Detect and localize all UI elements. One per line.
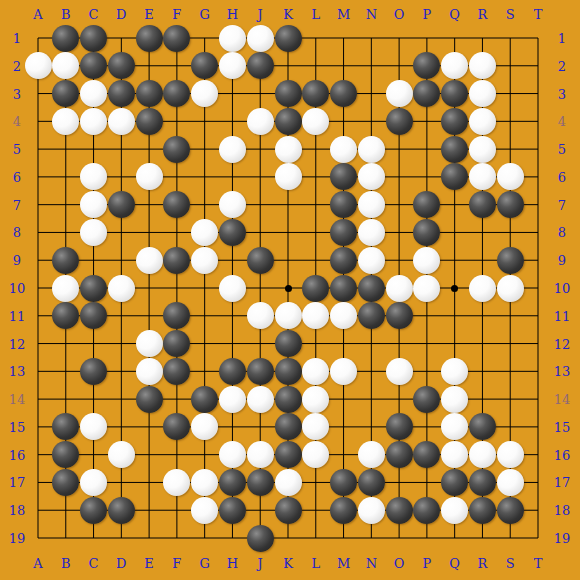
black-stone-R18 [469,497,496,524]
col-label-bottom-T: T [534,557,543,570]
col-label-bottom-C: C [89,557,99,570]
black-stone-H17 [219,469,246,496]
black-stone-H13 [219,358,246,385]
black-stone-G14 [191,386,218,413]
row-label-right-10: 10 [554,282,571,295]
white-stone-H1 [219,25,246,52]
white-stone-S6 [497,163,524,190]
white-stone-C4 [80,108,107,135]
row-label-left-18: 18 [9,504,26,517]
white-stone-L4 [302,108,329,135]
row-label-right-3: 3 [558,87,566,100]
white-stone-O13 [386,358,413,385]
row-label-right-2: 2 [558,59,566,72]
white-stone-N16 [358,441,385,468]
white-stone-N7 [358,191,385,218]
black-stone-J9 [247,247,274,274]
row-label-right-8: 8 [558,226,566,239]
star-point-K10 [285,285,292,292]
col-label-top-B: B [61,8,71,21]
white-stone-K6 [275,163,302,190]
white-stone-H14 [219,386,246,413]
row-label-right-1: 1 [558,32,566,45]
black-stone-Q4 [441,108,468,135]
white-stone-N18 [358,497,385,524]
black-stone-J19 [247,525,274,552]
row-label-left-13: 13 [9,365,26,378]
black-stone-M10 [330,275,357,302]
go-board[interactable]: AABBCCDDEEFFGGHHJJKKLLMMNNOOPPQQRRSSTT11… [0,0,580,580]
black-stone-O16 [386,441,413,468]
black-stone-E3 [136,80,163,107]
black-stone-R17 [469,469,496,496]
black-stone-Q17 [441,469,468,496]
row-label-left-16: 16 [9,448,26,461]
white-stone-D4 [108,108,135,135]
col-label-bottom-Q: Q [449,557,460,570]
black-stone-P14 [413,386,440,413]
col-label-bottom-D: D [116,557,126,570]
col-label-bottom-G: G [199,557,209,570]
col-label-bottom-M: M [337,557,350,570]
row-label-right-17: 17 [554,476,571,489]
white-stone-O3 [386,80,413,107]
black-stone-K1 [275,25,302,52]
black-stone-K13 [275,358,302,385]
col-label-top-Q: Q [449,8,460,21]
col-label-top-M: M [337,8,350,21]
col-label-bottom-J: J [258,557,263,570]
white-stone-E13 [136,358,163,385]
black-stone-Q5 [441,136,468,163]
black-stone-F1 [163,25,190,52]
black-stone-M18 [330,497,357,524]
black-stone-K18 [275,497,302,524]
white-stone-N9 [358,247,385,274]
white-stone-Q18 [441,497,468,524]
white-stone-R2 [469,52,496,79]
col-label-top-R: R [478,8,488,21]
black-stone-F5 [163,136,190,163]
row-label-right-4: 4 [558,115,566,128]
star-point-Q10 [451,285,458,292]
row-label-left-9: 9 [13,254,21,267]
col-label-top-A: A [33,8,42,21]
col-label-bottom-O: O [394,557,405,570]
black-stone-K14 [275,386,302,413]
col-label-bottom-F: F [172,557,181,570]
white-stone-R5 [469,136,496,163]
col-label-top-J: J [258,8,263,21]
black-stone-B17 [52,469,79,496]
black-stone-O4 [386,108,413,135]
row-label-left-17: 17 [9,476,26,489]
white-stone-B10 [52,275,79,302]
row-label-right-19: 19 [554,532,571,545]
col-label-top-L: L [311,8,320,21]
white-stone-R10 [469,275,496,302]
black-stone-D18 [108,497,135,524]
row-label-right-6: 6 [558,170,566,183]
black-stone-K4 [275,108,302,135]
white-stone-H2 [219,52,246,79]
row-label-left-15: 15 [9,420,26,433]
col-label-top-K: K [283,8,293,21]
white-stone-O10 [386,275,413,302]
row-label-left-1: 1 [13,32,21,45]
black-stone-F9 [163,247,190,274]
col-label-bottom-B: B [61,557,71,570]
white-stone-G8 [191,219,218,246]
black-stone-E4 [136,108,163,135]
row-label-right-18: 18 [554,504,571,517]
row-label-right-11: 11 [554,309,571,322]
white-stone-J1 [247,25,274,52]
col-label-top-O: O [394,8,405,21]
white-stone-D16 [108,441,135,468]
white-stone-C8 [80,219,107,246]
col-label-top-T: T [534,8,543,21]
black-stone-D7 [108,191,135,218]
row-label-right-7: 7 [558,198,566,211]
row-label-right-16: 16 [554,448,571,461]
col-label-bottom-K: K [283,557,293,570]
white-stone-Q14 [441,386,468,413]
white-stone-K5 [275,136,302,163]
white-stone-J11 [247,302,274,329]
col-label-top-H: H [227,8,238,21]
white-stone-E6 [136,163,163,190]
white-stone-H7 [219,191,246,218]
row-label-right-5: 5 [558,143,566,156]
black-stone-J17 [247,469,274,496]
row-label-right-9: 9 [558,254,566,267]
black-stone-D3 [108,80,135,107]
col-label-bottom-N: N [366,557,377,570]
black-stone-H8 [219,219,246,246]
black-stone-P18 [413,497,440,524]
white-stone-N6 [358,163,385,190]
white-stone-C7 [80,191,107,218]
white-stone-C3 [80,80,107,107]
col-label-top-S: S [506,8,515,21]
white-stone-N8 [358,219,385,246]
black-stone-J2 [247,52,274,79]
white-stone-J14 [247,386,274,413]
col-label-bottom-S: S [506,557,515,570]
col-label-bottom-H: H [227,557,238,570]
white-stone-K11 [275,302,302,329]
black-stone-O18 [386,497,413,524]
black-stone-O11 [386,302,413,329]
row-label-left-11: 11 [9,309,26,322]
white-stone-S17 [497,469,524,496]
black-stone-S18 [497,497,524,524]
black-stone-B1 [52,25,79,52]
white-stone-G3 [191,80,218,107]
white-stone-R4 [469,108,496,135]
black-stone-S7 [497,191,524,218]
black-stone-C13 [80,358,107,385]
col-label-top-F: F [172,8,181,21]
black-stone-N10 [358,275,385,302]
row-label-right-12: 12 [554,337,571,350]
col-label-top-C: C [89,8,99,21]
black-stone-N11 [358,302,385,329]
white-stone-R16 [469,441,496,468]
black-stone-K3 [275,80,302,107]
white-stone-H16 [219,441,246,468]
white-stone-A2 [25,52,52,79]
white-stone-P9 [413,247,440,274]
white-stone-J4 [247,108,274,135]
black-stone-L10 [302,275,329,302]
white-stone-S16 [497,441,524,468]
black-stone-B9 [52,247,79,274]
black-stone-K15 [275,413,302,440]
white-stone-M13 [330,358,357,385]
row-label-left-2: 2 [13,59,21,72]
row-label-left-8: 8 [13,226,21,239]
white-stone-M5 [330,136,357,163]
black-stone-M17 [330,469,357,496]
black-stone-H18 [219,497,246,524]
white-stone-B4 [52,108,79,135]
white-stone-Q13 [441,358,468,385]
black-stone-O15 [386,413,413,440]
black-stone-M8 [330,219,357,246]
row-label-right-13: 13 [554,365,571,378]
row-label-left-19: 19 [9,532,26,545]
col-label-bottom-L: L [311,557,320,570]
black-stone-E1 [136,25,163,52]
white-stone-R3 [469,80,496,107]
black-stone-C10 [80,275,107,302]
white-stone-D10 [108,275,135,302]
row-label-left-14: 14 [9,393,26,406]
row-label-left-5: 5 [13,143,21,156]
black-stone-K12 [275,330,302,357]
black-stone-K16 [275,441,302,468]
col-label-top-N: N [366,8,377,21]
row-label-left-7: 7 [13,198,21,211]
white-stone-E12 [136,330,163,357]
black-stone-J13 [247,358,274,385]
white-stone-C17 [80,469,107,496]
black-stone-S9 [497,247,524,274]
black-stone-Q3 [441,80,468,107]
black-stone-R7 [469,191,496,218]
col-label-bottom-E: E [144,557,154,570]
col-label-top-E: E [144,8,154,21]
white-stone-P10 [413,275,440,302]
white-stone-S10 [497,275,524,302]
white-stone-E9 [136,247,163,274]
row-label-left-12: 12 [9,337,26,350]
white-stone-G18 [191,497,218,524]
black-stone-C1 [80,25,107,52]
col-label-bottom-P: P [423,557,432,570]
white-stone-H5 [219,136,246,163]
col-label-bottom-A: A [33,557,42,570]
black-stone-F13 [163,358,190,385]
black-stone-N17 [358,469,385,496]
row-label-right-14: 14 [554,393,571,406]
row-label-left-4: 4 [13,115,21,128]
black-stone-C18 [80,497,107,524]
white-stone-N5 [358,136,385,163]
white-stone-J16 [247,441,274,468]
col-label-bottom-R: R [478,557,488,570]
col-label-top-G: G [199,8,209,21]
black-stone-M7 [330,191,357,218]
white-stone-H10 [219,275,246,302]
white-stone-L13 [302,358,329,385]
row-label-right-15: 15 [554,420,571,433]
black-stone-E14 [136,386,163,413]
white-stone-G17 [191,469,218,496]
col-label-top-P: P [423,8,432,21]
white-stone-K17 [275,469,302,496]
col-label-top-D: D [116,8,126,21]
white-stone-L14 [302,386,329,413]
white-stone-G9 [191,247,218,274]
row-label-left-10: 10 [9,282,26,295]
black-stone-D2 [108,52,135,79]
row-label-left-3: 3 [13,87,21,100]
black-stone-M9 [330,247,357,274]
black-stone-M3 [330,80,357,107]
row-label-left-6: 6 [13,170,21,183]
